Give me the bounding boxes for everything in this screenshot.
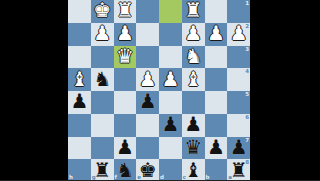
square-h6[interactable]	[68, 114, 91, 137]
letterbox-right	[250, 0, 320, 180]
square-d7[interactable]	[159, 137, 182, 160]
square-e4[interactable]: ♟	[136, 68, 159, 91]
chess-board: ♚♜♜1♟♟♟♟♟2♛♞3♝♞♟♟♝4♟♟5♟♟6♟♛♟♟7h♜g♞f♚ed♝c…	[68, 0, 250, 180]
square-a5[interactable]: 5	[227, 91, 250, 114]
black-knight: ♞	[93, 69, 111, 89]
square-h1[interactable]	[68, 0, 91, 23]
square-f1[interactable]: ♜	[114, 0, 137, 23]
square-f8[interactable]: ♞f	[114, 159, 137, 180]
square-f6[interactable]	[114, 114, 137, 137]
square-c5[interactable]	[182, 91, 205, 114]
white-queen: ♛	[116, 46, 134, 66]
black-pawn: ♟	[70, 91, 88, 111]
square-a4[interactable]: 4	[227, 68, 250, 91]
square-g4[interactable]: ♞	[91, 68, 114, 91]
square-b2[interactable]: ♟	[205, 23, 228, 46]
white-pawn: ♟	[93, 23, 111, 43]
square-e7[interactable]	[136, 137, 159, 160]
square-h7[interactable]	[68, 137, 91, 160]
file-label-f: f	[115, 175, 117, 181]
square-h2[interactable]	[68, 23, 91, 46]
square-a7[interactable]: ♟7	[227, 137, 250, 160]
square-g7[interactable]	[91, 137, 114, 160]
square-g8[interactable]: ♜g	[91, 159, 114, 180]
white-bishop: ♝	[184, 69, 202, 89]
square-c2[interactable]: ♟	[182, 23, 205, 46]
square-c6[interactable]: ♟	[182, 114, 205, 137]
square-d5[interactable]	[159, 91, 182, 114]
square-a3[interactable]: 3	[227, 46, 250, 69]
square-e3[interactable]	[136, 46, 159, 69]
square-e5[interactable]: ♟	[136, 91, 159, 114]
square-b6[interactable]	[205, 114, 228, 137]
letterbox-left	[0, 0, 68, 180]
rank-label-6: 6	[245, 115, 249, 121]
square-c3[interactable]: ♞	[182, 46, 205, 69]
square-f4[interactable]	[114, 68, 137, 91]
square-g3[interactable]	[91, 46, 114, 69]
square-e2[interactable]	[136, 23, 159, 46]
white-rook: ♜	[116, 0, 134, 20]
white-pawn: ♟	[161, 69, 179, 89]
square-e8[interactable]: ♚e	[136, 159, 159, 180]
rank-label-7: 7	[245, 138, 249, 144]
white-pawn: ♟	[207, 23, 225, 43]
square-c1[interactable]: ♜	[182, 0, 205, 23]
black-rook: ♜	[230, 160, 248, 180]
black-king: ♚	[139, 160, 157, 180]
rank-label-5: 5	[245, 92, 249, 98]
white-pawn: ♟	[139, 69, 157, 89]
white-rook: ♜	[184, 0, 202, 20]
square-e1[interactable]	[136, 0, 159, 23]
square-c7[interactable]: ♛	[182, 137, 205, 160]
black-queen: ♛	[184, 137, 202, 157]
square-b5[interactable]	[205, 91, 228, 114]
square-d8[interactable]: d	[159, 159, 182, 180]
square-g6[interactable]	[91, 114, 114, 137]
square-h5[interactable]: ♟	[68, 91, 91, 114]
square-e6[interactable]	[136, 114, 159, 137]
black-knight: ♞	[116, 160, 134, 180]
file-label-e: e	[137, 175, 141, 181]
white-pawn: ♟	[184, 23, 202, 43]
square-a1[interactable]: 1	[227, 0, 250, 23]
square-a2[interactable]: ♟2	[227, 23, 250, 46]
file-label-a: a	[228, 175, 232, 181]
square-c8[interactable]: ♝c	[182, 159, 205, 180]
video-frame: ♚♜♜1♟♟♟♟♟2♛♞3♝♞♟♟♝4♟♟5♟♟6♟♛♟♟7h♜g♞f♚ed♝c…	[0, 0, 320, 180]
square-a6[interactable]: 6	[227, 114, 250, 137]
black-pawn: ♟	[116, 137, 134, 157]
square-d2[interactable]	[159, 23, 182, 46]
square-d4[interactable]: ♟	[159, 68, 182, 91]
square-b4[interactable]	[205, 68, 228, 91]
rank-label-8: 8	[245, 160, 249, 166]
square-f2[interactable]: ♟	[114, 23, 137, 46]
square-d1[interactable]	[159, 0, 182, 23]
square-f5[interactable]	[114, 91, 137, 114]
square-b1[interactable]	[205, 0, 228, 23]
square-h3[interactable]	[68, 46, 91, 69]
white-pawn: ♟	[116, 23, 134, 43]
file-label-g: g	[92, 175, 96, 181]
file-label-c: c	[183, 175, 186, 181]
square-d6[interactable]: ♟	[159, 114, 182, 137]
black-pawn: ♟	[139, 91, 157, 111]
square-a8[interactable]: ♜8a	[227, 159, 250, 180]
rank-label-1: 1	[245, 1, 249, 7]
square-g5[interactable]	[91, 91, 114, 114]
file-label-b: b	[206, 175, 210, 181]
square-b3[interactable]	[205, 46, 228, 69]
black-bishop: ♝	[184, 160, 202, 180]
rank-label-2: 2	[245, 24, 249, 30]
square-b7[interactable]: ♟	[205, 137, 228, 160]
black-pawn: ♟	[161, 114, 179, 134]
square-h8[interactable]: h	[68, 159, 91, 180]
black-pawn: ♟	[184, 114, 202, 134]
file-label-h: h	[69, 175, 73, 181]
rank-label-3: 3	[245, 47, 249, 53]
square-g2[interactable]: ♟	[91, 23, 114, 46]
square-f7[interactable]: ♟	[114, 137, 137, 160]
black-pawn: ♟	[230, 137, 248, 157]
black-pawn: ♟	[207, 137, 225, 157]
white-bishop: ♝	[70, 69, 88, 89]
square-b8[interactable]: b	[205, 159, 228, 180]
white-king: ♚	[93, 0, 111, 20]
white-knight: ♞	[184, 46, 202, 66]
file-label-d: d	[160, 175, 164, 181]
rank-label-4: 4	[245, 69, 249, 75]
square-g1[interactable]: ♚	[91, 0, 114, 23]
square-c4[interactable]: ♝	[182, 68, 205, 91]
square-d3[interactable]	[159, 46, 182, 69]
square-h4[interactable]: ♝	[68, 68, 91, 91]
square-f3[interactable]: ♛	[114, 46, 137, 69]
white-pawn: ♟	[230, 23, 248, 43]
black-rook: ♜	[93, 160, 111, 180]
